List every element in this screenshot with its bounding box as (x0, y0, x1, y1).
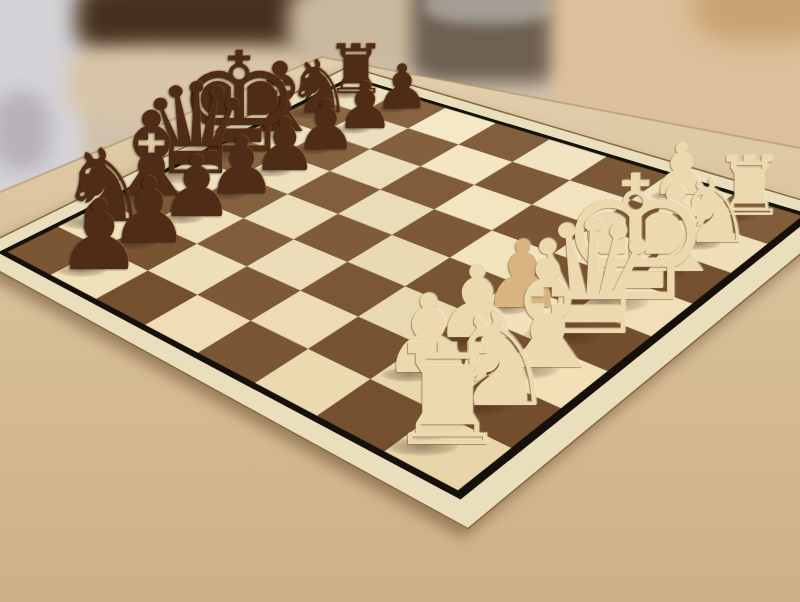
piece-black-pawn-a7[interactable]: ♟ (55, 187, 142, 284)
piece-white-rook-a1[interactable]: ♜ (385, 326, 510, 466)
room-scene: ♜♟♞♟♝♟♚♟♛♟♟♝♜♟♞♟♞♟♝♚♟♛♟♝♟♞♜ (0, 0, 800, 602)
